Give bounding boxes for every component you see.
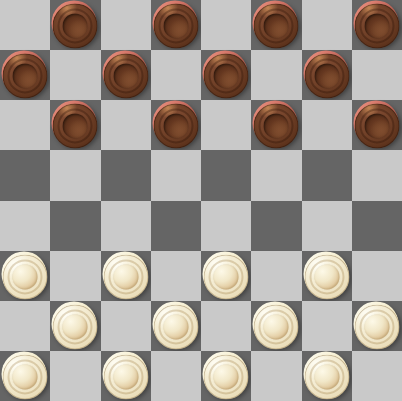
square-h1[interactable] bbox=[352, 351, 402, 401]
square-b2[interactable] bbox=[50, 301, 100, 351]
square-a8[interactable] bbox=[0, 0, 50, 50]
piece-inner bbox=[163, 314, 188, 339]
square-e8[interactable] bbox=[201, 0, 251, 50]
piece-inner bbox=[264, 314, 289, 339]
square-c8[interactable] bbox=[101, 0, 151, 50]
dark-man-piece[interactable] bbox=[254, 3, 299, 48]
square-f4[interactable] bbox=[251, 201, 301, 251]
square-g8[interactable] bbox=[302, 0, 352, 50]
square-b4[interactable] bbox=[50, 201, 100, 251]
piece-inner bbox=[63, 114, 88, 139]
white-man-piece[interactable] bbox=[103, 254, 148, 299]
piece-inner bbox=[13, 64, 38, 89]
piece-inner bbox=[264, 13, 289, 38]
square-d3[interactable] bbox=[151, 251, 201, 301]
square-d6[interactable] bbox=[151, 100, 201, 150]
dark-man-piece[interactable] bbox=[204, 54, 249, 99]
dark-man-piece[interactable] bbox=[53, 3, 98, 48]
piece-inner bbox=[314, 364, 339, 389]
square-c6[interactable] bbox=[101, 100, 151, 150]
square-b7[interactable] bbox=[50, 50, 100, 100]
white-man-piece[interactable] bbox=[204, 254, 249, 299]
white-man-piece[interactable] bbox=[354, 304, 399, 349]
white-man-piece[interactable] bbox=[153, 304, 198, 349]
white-man-piece[interactable] bbox=[53, 304, 98, 349]
white-man-piece[interactable] bbox=[3, 254, 48, 299]
piece-inner bbox=[113, 64, 138, 89]
piece-inner bbox=[163, 114, 188, 139]
square-g4[interactable] bbox=[302, 201, 352, 251]
square-d7[interactable] bbox=[151, 50, 201, 100]
dark-man-piece[interactable] bbox=[53, 104, 98, 149]
square-b1[interactable] bbox=[50, 351, 100, 401]
dark-man-piece[interactable] bbox=[354, 104, 399, 149]
square-a4[interactable] bbox=[0, 201, 50, 251]
square-h7[interactable] bbox=[352, 50, 402, 100]
square-f1[interactable] bbox=[251, 351, 301, 401]
square-c5[interactable] bbox=[101, 150, 151, 200]
square-d2[interactable] bbox=[151, 301, 201, 351]
piece-inner bbox=[63, 314, 88, 339]
square-g3[interactable] bbox=[302, 251, 352, 301]
piece-inner bbox=[163, 13, 188, 38]
square-c4[interactable] bbox=[101, 201, 151, 251]
square-a2[interactable] bbox=[0, 301, 50, 351]
square-e2[interactable] bbox=[201, 301, 251, 351]
square-d5[interactable] bbox=[151, 150, 201, 200]
square-e3[interactable] bbox=[201, 251, 251, 301]
square-d1[interactable] bbox=[151, 351, 201, 401]
piece-inner bbox=[314, 64, 339, 89]
square-e7[interactable] bbox=[201, 50, 251, 100]
square-e1[interactable] bbox=[201, 351, 251, 401]
square-a1[interactable] bbox=[0, 351, 50, 401]
square-g5[interactable] bbox=[302, 150, 352, 200]
piece-inner bbox=[13, 264, 38, 289]
dark-man-piece[interactable] bbox=[3, 54, 48, 99]
square-f3[interactable] bbox=[251, 251, 301, 301]
piece-inner bbox=[13, 364, 38, 389]
white-man-piece[interactable] bbox=[304, 254, 349, 299]
white-man-piece[interactable] bbox=[3, 354, 48, 399]
piece-inner bbox=[214, 364, 239, 389]
square-f8[interactable] bbox=[251, 0, 301, 50]
dark-man-piece[interactable] bbox=[354, 3, 399, 48]
square-g1[interactable] bbox=[302, 351, 352, 401]
piece-inner bbox=[214, 264, 239, 289]
dark-man-piece[interactable] bbox=[103, 54, 148, 99]
square-a7[interactable] bbox=[0, 50, 50, 100]
piece-inner bbox=[364, 13, 389, 38]
square-h8[interactable] bbox=[352, 0, 402, 50]
piece-inner bbox=[214, 64, 239, 89]
piece-inner bbox=[314, 264, 339, 289]
checkers-app bbox=[0, 0, 402, 401]
white-man-piece[interactable] bbox=[103, 354, 148, 399]
dark-man-piece[interactable] bbox=[153, 104, 198, 149]
square-b5[interactable] bbox=[50, 150, 100, 200]
square-a6[interactable] bbox=[0, 100, 50, 150]
piece-inner bbox=[264, 114, 289, 139]
square-h4[interactable] bbox=[352, 201, 402, 251]
white-man-piece[interactable] bbox=[254, 304, 299, 349]
square-f5[interactable] bbox=[251, 150, 301, 200]
square-c3[interactable] bbox=[101, 251, 151, 301]
square-c2[interactable] bbox=[101, 301, 151, 351]
square-f6[interactable] bbox=[251, 100, 301, 150]
checkers-board bbox=[0, 0, 402, 401]
square-e5[interactable] bbox=[201, 150, 251, 200]
piece-inner bbox=[63, 13, 88, 38]
square-f7[interactable] bbox=[251, 50, 301, 100]
piece-inner bbox=[113, 264, 138, 289]
square-b3[interactable] bbox=[50, 251, 100, 301]
dark-man-piece[interactable] bbox=[304, 54, 349, 99]
white-man-piece[interactable] bbox=[304, 354, 349, 399]
piece-inner bbox=[364, 114, 389, 139]
square-h3[interactable] bbox=[352, 251, 402, 301]
white-man-piece[interactable] bbox=[204, 354, 249, 399]
square-h2[interactable] bbox=[352, 301, 402, 351]
square-e4[interactable] bbox=[201, 201, 251, 251]
piece-inner bbox=[364, 314, 389, 339]
dark-man-piece[interactable] bbox=[153, 3, 198, 48]
dark-man-piece[interactable] bbox=[254, 104, 299, 149]
square-g6[interactable] bbox=[302, 100, 352, 150]
square-g2[interactable] bbox=[302, 301, 352, 351]
square-f2[interactable] bbox=[251, 301, 301, 351]
square-b8[interactable] bbox=[50, 0, 100, 50]
square-e6[interactable] bbox=[201, 100, 251, 150]
square-h6[interactable] bbox=[352, 100, 402, 150]
square-a3[interactable] bbox=[0, 251, 50, 301]
square-c1[interactable] bbox=[101, 351, 151, 401]
square-a5[interactable] bbox=[0, 150, 50, 200]
square-h5[interactable] bbox=[352, 150, 402, 200]
square-b6[interactable] bbox=[50, 100, 100, 150]
piece-inner bbox=[113, 364, 138, 389]
square-g7[interactable] bbox=[302, 50, 352, 100]
square-d4[interactable] bbox=[151, 201, 201, 251]
square-c7[interactable] bbox=[101, 50, 151, 100]
square-d8[interactable] bbox=[151, 0, 201, 50]
